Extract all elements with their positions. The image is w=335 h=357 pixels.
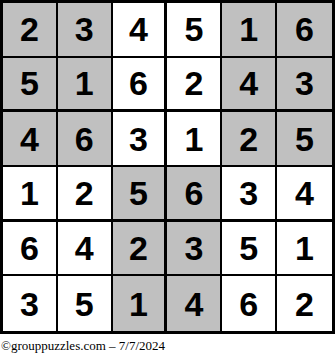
cell-r1c2: 3 — [58, 3, 113, 58]
cell-r3c4: 1 — [167, 112, 222, 167]
puzzle-page: 234516516243463125125634642351351462 ©gr… — [0, 0, 335, 357]
cell-r1c5: 1 — [222, 3, 277, 58]
cell-r4c5: 3 — [222, 167, 277, 222]
cell-r1c6: 6 — [277, 3, 332, 58]
cell-r4c4: 6 — [167, 167, 222, 222]
cell-r3c6: 5 — [277, 112, 332, 167]
cell-r1c4: 5 — [167, 3, 222, 58]
cell-r2c6: 3 — [277, 58, 332, 113]
cell-r5c6: 1 — [277, 222, 332, 277]
copyright-credit: ©grouppuzzles.com – 7/7/2024 — [1, 338, 165, 354]
cell-r4c3: 5 — [113, 167, 168, 222]
sudoku-board: 234516516243463125125634642351351462 — [0, 0, 335, 334]
cell-r2c2: 1 — [58, 58, 113, 113]
cell-r5c3: 2 — [113, 222, 168, 277]
cell-r6c6: 2 — [277, 276, 332, 331]
cell-r6c3: 1 — [113, 276, 168, 331]
cell-r6c5: 6 — [222, 276, 277, 331]
cell-r5c2: 4 — [58, 222, 113, 277]
cell-r2c1: 5 — [3, 58, 58, 113]
cell-r4c6: 4 — [277, 167, 332, 222]
cell-r5c1: 6 — [3, 222, 58, 277]
cell-r5c4: 3 — [167, 222, 222, 277]
cell-r6c4: 4 — [167, 276, 222, 331]
cell-r1c3: 4 — [113, 3, 168, 58]
cell-r1c1: 2 — [3, 3, 58, 58]
cell-r6c1: 3 — [3, 276, 58, 331]
cell-r4c2: 2 — [58, 167, 113, 222]
cell-r5c5: 5 — [222, 222, 277, 277]
cell-r2c4: 2 — [167, 58, 222, 113]
cell-r3c2: 6 — [58, 112, 113, 167]
cell-r2c5: 4 — [222, 58, 277, 113]
cell-r2c3: 6 — [113, 58, 168, 113]
cell-r4c1: 1 — [3, 167, 58, 222]
cell-r3c3: 3 — [113, 112, 168, 167]
cell-r6c2: 5 — [58, 276, 113, 331]
cell-r3c5: 2 — [222, 112, 277, 167]
cell-r3c1: 4 — [3, 112, 58, 167]
